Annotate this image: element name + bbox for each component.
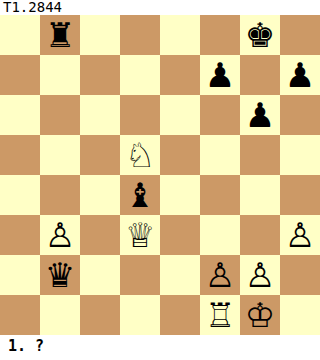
square-b4[interactable] bbox=[40, 175, 80, 215]
piece-black-pawn[interactable]: ♟ bbox=[245, 95, 275, 135]
square-d4[interactable]: ♝ bbox=[120, 175, 160, 215]
square-a6[interactable] bbox=[0, 95, 40, 135]
square-a5[interactable] bbox=[0, 135, 40, 175]
piece-white-king[interactable]: ♔ bbox=[245, 295, 275, 335]
square-e7[interactable] bbox=[160, 55, 200, 95]
piece-black-pawn[interactable]: ♟ bbox=[205, 55, 235, 95]
square-f6[interactable] bbox=[200, 95, 240, 135]
piece-white-pawn[interactable]: ♙ bbox=[205, 255, 235, 295]
square-c1[interactable] bbox=[80, 295, 120, 335]
piece-white-pawn[interactable]: ♙ bbox=[45, 215, 75, 255]
square-g6[interactable]: ♟ bbox=[240, 95, 280, 135]
square-b7[interactable] bbox=[40, 55, 80, 95]
square-h5[interactable] bbox=[280, 135, 320, 175]
piece-black-queen[interactable]: ♛ bbox=[45, 255, 75, 295]
piece-black-pawn[interactable]: ♟ bbox=[285, 55, 315, 95]
square-b3[interactable]: ♙ bbox=[40, 215, 80, 255]
square-b1[interactable] bbox=[40, 295, 80, 335]
square-a3[interactable] bbox=[0, 215, 40, 255]
square-g1[interactable]: ♔ bbox=[240, 295, 280, 335]
square-c3[interactable] bbox=[80, 215, 120, 255]
square-c7[interactable] bbox=[80, 55, 120, 95]
square-d1[interactable] bbox=[120, 295, 160, 335]
square-a8[interactable] bbox=[0, 15, 40, 55]
square-d7[interactable] bbox=[120, 55, 160, 95]
square-g7[interactable] bbox=[240, 55, 280, 95]
square-f1[interactable]: ♖ bbox=[200, 295, 240, 335]
puzzle-title: T1.2844 bbox=[3, 0, 62, 15]
square-h7[interactable]: ♟ bbox=[280, 55, 320, 95]
piece-white-pawn[interactable]: ♙ bbox=[245, 255, 275, 295]
piece-black-rook[interactable]: ♜ bbox=[45, 15, 75, 55]
chess-board: ♜♚♟♟♟♘♝♙♕♙♛♙♙♖♔ bbox=[0, 15, 320, 335]
square-d6[interactable] bbox=[120, 95, 160, 135]
square-a1[interactable] bbox=[0, 295, 40, 335]
square-e5[interactable] bbox=[160, 135, 200, 175]
piece-white-queen[interactable]: ♕ bbox=[125, 215, 155, 255]
square-c6[interactable] bbox=[80, 95, 120, 135]
square-a4[interactable] bbox=[0, 175, 40, 215]
square-b2[interactable]: ♛ bbox=[40, 255, 80, 295]
square-f4[interactable] bbox=[200, 175, 240, 215]
square-e4[interactable] bbox=[160, 175, 200, 215]
square-f3[interactable] bbox=[200, 215, 240, 255]
square-f2[interactable]: ♙ bbox=[200, 255, 240, 295]
square-c4[interactable] bbox=[80, 175, 120, 215]
square-b8[interactable]: ♜ bbox=[40, 15, 80, 55]
square-d3[interactable]: ♕ bbox=[120, 215, 160, 255]
square-h6[interactable] bbox=[280, 95, 320, 135]
square-a2[interactable] bbox=[0, 255, 40, 295]
square-c8[interactable] bbox=[80, 15, 120, 55]
square-f7[interactable]: ♟ bbox=[200, 55, 240, 95]
chess-app-window: T1.2844 ♜♚♟♟♟♘♝♙♕♙♛♙♙♖♔ 1. ? bbox=[0, 0, 320, 360]
piece-white-knight[interactable]: ♘ bbox=[125, 135, 155, 175]
square-d8[interactable] bbox=[120, 15, 160, 55]
square-g2[interactable]: ♙ bbox=[240, 255, 280, 295]
square-e3[interactable] bbox=[160, 215, 200, 255]
square-f8[interactable] bbox=[200, 15, 240, 55]
piece-white-pawn[interactable]: ♙ bbox=[285, 215, 315, 255]
square-a7[interactable] bbox=[0, 55, 40, 95]
square-g5[interactable] bbox=[240, 135, 280, 175]
square-h3[interactable]: ♙ bbox=[280, 215, 320, 255]
square-e1[interactable] bbox=[160, 295, 200, 335]
square-g3[interactable] bbox=[240, 215, 280, 255]
piece-black-king[interactable]: ♚ bbox=[245, 15, 275, 55]
square-e8[interactable] bbox=[160, 15, 200, 55]
square-b6[interactable] bbox=[40, 95, 80, 135]
square-c2[interactable] bbox=[80, 255, 120, 295]
square-h4[interactable] bbox=[280, 175, 320, 215]
square-e6[interactable] bbox=[160, 95, 200, 135]
piece-black-bishop[interactable]: ♝ bbox=[125, 175, 155, 215]
square-f5[interactable] bbox=[200, 135, 240, 175]
square-d5[interactable]: ♘ bbox=[120, 135, 160, 175]
square-c5[interactable] bbox=[80, 135, 120, 175]
piece-white-rook[interactable]: ♖ bbox=[205, 295, 235, 335]
square-e2[interactable] bbox=[160, 255, 200, 295]
square-h8[interactable] bbox=[280, 15, 320, 55]
square-g8[interactable]: ♚ bbox=[240, 15, 280, 55]
square-h1[interactable] bbox=[280, 295, 320, 335]
square-g4[interactable] bbox=[240, 175, 280, 215]
move-prompt: 1. ? bbox=[8, 337, 44, 357]
square-d2[interactable] bbox=[120, 255, 160, 295]
square-h2[interactable] bbox=[280, 255, 320, 295]
square-b5[interactable] bbox=[40, 135, 80, 175]
